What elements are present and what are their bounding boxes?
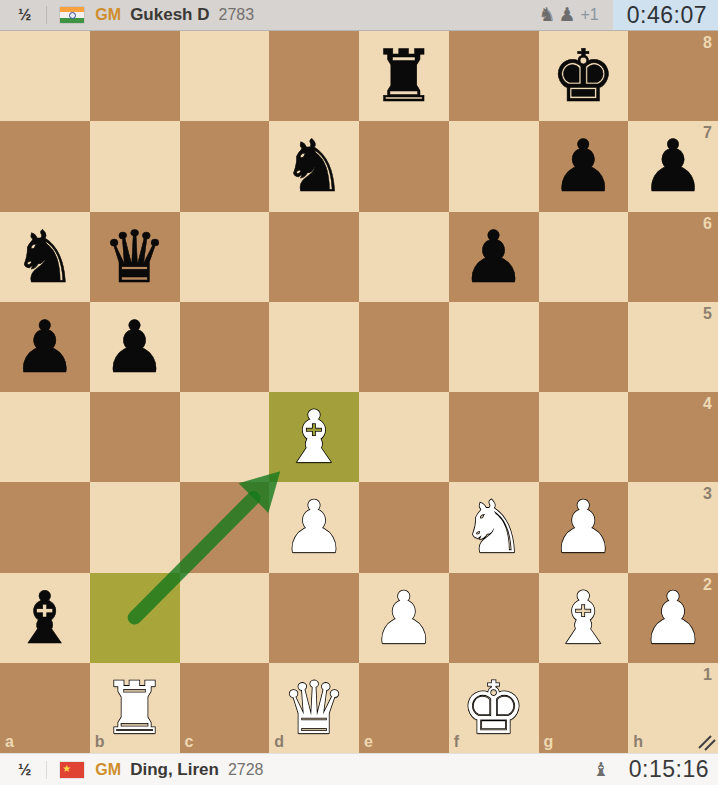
coord-file-f: f (454, 734, 459, 750)
square-h7[interactable]: ♟7 (628, 121, 718, 211)
square-h8[interactable]: 8 (628, 31, 718, 121)
square-b5[interactable]: ♟ (90, 302, 180, 392)
bottom-player-title: GM (95, 761, 121, 779)
square-c8[interactable] (180, 31, 270, 121)
black-rook[interactable]: ♜ (359, 31, 449, 121)
square-g2[interactable]: ♝ (539, 573, 629, 663)
square-b7[interactable] (90, 121, 180, 211)
white-pawn[interactable]: ♟ (539, 482, 629, 572)
coord-rank-3: 3 (703, 486, 712, 502)
square-f7[interactable] (449, 121, 539, 211)
white-bishop[interactable]: ♝ (269, 392, 359, 482)
square-e5[interactable] (359, 302, 449, 392)
square-e7[interactable] (359, 121, 449, 211)
square-h4[interactable]: 4 (628, 392, 718, 482)
square-d6[interactable] (269, 212, 359, 302)
square-g4[interactable] (539, 392, 629, 482)
black-pawn[interactable]: ♟ (0, 302, 90, 392)
coord-file-d: d (274, 734, 284, 750)
square-f5[interactable] (449, 302, 539, 392)
square-b1[interactable]: ♜b (90, 663, 180, 753)
square-h6[interactable]: 6 (628, 212, 718, 302)
coord-file-h: h (633, 734, 643, 750)
white-pawn[interactable]: ♟ (359, 573, 449, 663)
white-king[interactable]: ♚ (449, 663, 539, 753)
india-flag-icon (60, 7, 84, 23)
coord-rank-2: 2 (703, 577, 712, 593)
black-king[interactable]: ♚ (539, 31, 629, 121)
bar-divider (46, 6, 47, 24)
square-a5[interactable]: ♟ (0, 302, 90, 392)
coord-file-b: b (95, 734, 105, 750)
square-f6[interactable]: ♟ (449, 212, 539, 302)
square-b6[interactable]: ♛ (90, 212, 180, 302)
square-a8[interactable] (0, 31, 90, 121)
square-d1[interactable]: ♛d (269, 663, 359, 753)
bishop-icon: ♝ (593, 758, 610, 780)
square-a7[interactable] (0, 121, 90, 211)
square-g5[interactable] (539, 302, 629, 392)
coord-file-a: a (5, 734, 14, 750)
coord-file-e: e (364, 734, 373, 750)
square-c2[interactable] (180, 573, 270, 663)
board-resize-handle[interactable] (696, 731, 716, 751)
black-knight[interactable]: ♞ (269, 121, 359, 211)
square-b4[interactable] (90, 392, 180, 482)
square-c4[interactable] (180, 392, 270, 482)
square-g6[interactable] (539, 212, 629, 302)
square-c1[interactable]: c (180, 663, 270, 753)
square-e8[interactable]: ♜ (359, 31, 449, 121)
square-b3[interactable] (90, 482, 180, 572)
square-h3[interactable]: 3 (628, 482, 718, 572)
square-g8[interactable]: ♚ (539, 31, 629, 121)
coord-rank-6: 6 (703, 216, 712, 232)
top-player-rating: 2783 (218, 6, 254, 24)
square-h2[interactable]: ♟2 (628, 573, 718, 663)
square-g7[interactable]: ♟ (539, 121, 629, 211)
black-knight[interactable]: ♞ (0, 212, 90, 302)
square-b2[interactable] (90, 573, 180, 663)
square-d2[interactable] (269, 573, 359, 663)
player-bar-top: ½ GM Gukesh D 2783 ♞♟ +1 0:46:07 (0, 0, 718, 31)
square-e1[interactable]: e (359, 663, 449, 753)
bottom-player-score: ½ (18, 761, 31, 779)
square-d7[interactable]: ♞ (269, 121, 359, 211)
black-pawn[interactable]: ♟ (449, 212, 539, 302)
square-e6[interactable] (359, 212, 449, 302)
chess-board[interactable]: ♜♚8♞♟♟7♞♛♟6♟♟5♝4♟♞♟3♝♟♝♟2a♜bc♛de♚fgh1 (0, 31, 718, 753)
coord-file-g: g (544, 734, 554, 750)
top-player-name: Gukesh D (130, 5, 209, 25)
square-e4[interactable] (359, 392, 449, 482)
material-score: +1 (581, 6, 599, 24)
square-h5[interactable]: 5 (628, 302, 718, 392)
coord-rank-4: 4 (703, 396, 712, 412)
china-flag-icon (60, 762, 84, 778)
bottom-player-rating: 2728 (228, 761, 264, 779)
coord-rank-5: 5 (703, 306, 712, 322)
bottom-captured-material: ♝ (590, 760, 615, 780)
black-bishop[interactable]: ♝ (0, 573, 90, 663)
square-f8[interactable] (449, 31, 539, 121)
square-f4[interactable] (449, 392, 539, 482)
square-c6[interactable] (180, 212, 270, 302)
black-pawn[interactable]: ♟ (539, 121, 629, 211)
chess-broadcast-app: ½ GM Gukesh D 2783 ♞♟ +1 0:46:07 ♜♚8♞♟♟7… (0, 0, 718, 785)
square-c7[interactable] (180, 121, 270, 211)
square-f3[interactable]: ♞ (449, 482, 539, 572)
top-player-score: ½ (18, 6, 31, 24)
pawn-icon: ♟ (558, 3, 575, 25)
square-f2[interactable] (449, 573, 539, 663)
top-player-clock: 0:46:07 (613, 0, 718, 30)
square-a3[interactable] (0, 482, 90, 572)
black-pawn[interactable]: ♟ (90, 302, 180, 392)
square-d3[interactable]: ♟ (269, 482, 359, 572)
white-knight[interactable]: ♞ (449, 482, 539, 572)
square-c3[interactable] (180, 482, 270, 572)
square-a6[interactable]: ♞ (0, 212, 90, 302)
bottom-player-name: Ding, Liren (130, 760, 219, 780)
square-e3[interactable] (359, 482, 449, 572)
square-a1[interactable]: a (0, 663, 90, 753)
bar-divider (46, 761, 47, 779)
knight-icon: ♞ (538, 3, 555, 25)
bottom-player-clock: 0:15:16 (629, 756, 718, 783)
square-a4[interactable] (0, 392, 90, 482)
coord-rank-8: 8 (703, 35, 712, 51)
top-player-title: GM (95, 6, 121, 24)
square-b8[interactable] (90, 31, 180, 121)
coord-rank-1: 1 (703, 667, 712, 683)
square-d5[interactable] (269, 302, 359, 392)
coord-file-c: c (185, 734, 194, 750)
player-bar-bottom: ½ GM Ding, Liren 2728 ♝ 0:15:16 (0, 753, 718, 785)
square-f1[interactable]: ♚f (449, 663, 539, 753)
square-a2[interactable]: ♝ (0, 573, 90, 663)
square-g1[interactable]: g (539, 663, 629, 753)
white-bishop[interactable]: ♝ (539, 573, 629, 663)
top-captured-material: ♞♟ +1 (535, 5, 598, 25)
square-g3[interactable]: ♟ (539, 482, 629, 572)
square-e2[interactable]: ♟ (359, 573, 449, 663)
black-queen[interactable]: ♛ (90, 212, 180, 302)
square-d8[interactable] (269, 31, 359, 121)
square-d4[interactable]: ♝ (269, 392, 359, 482)
coord-rank-7: 7 (703, 125, 712, 141)
square-c5[interactable] (180, 302, 270, 392)
white-pawn[interactable]: ♟ (269, 482, 359, 572)
